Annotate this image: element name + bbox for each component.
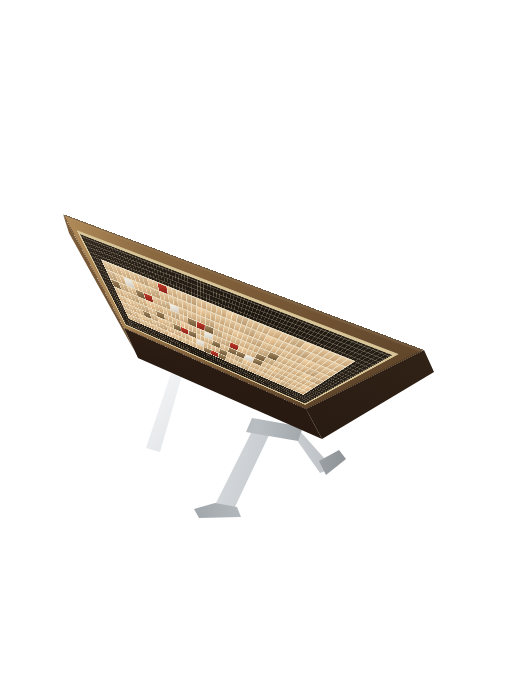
tabletop-face [63,214,424,409]
photo-scene [0,0,512,682]
